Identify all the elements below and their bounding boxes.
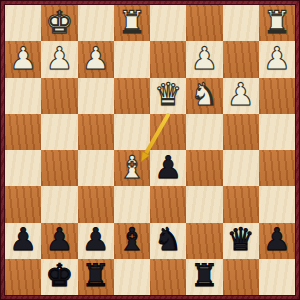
square-a5[interactable]	[259, 150, 295, 186]
piece-black-pawn[interactable]: ♟	[9, 224, 37, 255]
chess-board[interactable]: ♚♜♜♟♟♟♟♟♛♞♟♝♟♟♟♟♝♞♛♟♚♜♜	[5, 5, 295, 295]
square-g2[interactable]: ♟	[41, 41, 77, 77]
square-c3[interactable]: ♞	[186, 78, 222, 114]
square-b8[interactable]	[223, 259, 259, 295]
piece-black-bishop[interactable]: ♝	[118, 224, 146, 255]
piece-black-pawn[interactable]: ♟	[154, 152, 182, 183]
square-b5[interactable]	[223, 150, 259, 186]
square-f7[interactable]: ♟	[78, 223, 114, 259]
chess-diagram: ♚♜♜♟♟♟♟♟♛♞♟♝♟♟♟♟♝♞♛♟♚♜♜	[0, 0, 300, 300]
square-g4[interactable]	[41, 114, 77, 150]
square-d7[interactable]: ♞	[150, 223, 186, 259]
piece-black-rook[interactable]: ♜	[190, 260, 218, 291]
piece-white-king[interactable]: ♚	[45, 7, 73, 38]
square-c7[interactable]	[186, 223, 222, 259]
piece-black-pawn[interactable]: ♟	[263, 224, 291, 255]
square-e6[interactable]	[114, 186, 150, 222]
square-c6[interactable]	[186, 186, 222, 222]
square-d2[interactable]	[150, 41, 186, 77]
square-f2[interactable]: ♟	[78, 41, 114, 77]
square-h6[interactable]	[5, 186, 41, 222]
square-d5[interactable]: ♟	[150, 150, 186, 186]
square-f3[interactable]	[78, 78, 114, 114]
square-d3[interactable]: ♛	[150, 78, 186, 114]
square-g5[interactable]	[41, 150, 77, 186]
square-g3[interactable]	[41, 78, 77, 114]
square-b3[interactable]: ♟	[223, 78, 259, 114]
square-g8[interactable]: ♚	[41, 259, 77, 295]
piece-black-queen[interactable]: ♛	[227, 224, 255, 255]
square-d8[interactable]	[150, 259, 186, 295]
square-e2[interactable]	[114, 41, 150, 77]
piece-white-pawn[interactable]: ♟	[190, 43, 218, 74]
square-c2[interactable]: ♟	[186, 41, 222, 77]
square-a4[interactable]	[259, 114, 295, 150]
square-b4[interactable]	[223, 114, 259, 150]
square-e3[interactable]	[114, 78, 150, 114]
square-h4[interactable]	[5, 114, 41, 150]
square-e5[interactable]: ♝	[114, 150, 150, 186]
square-d1[interactable]	[150, 5, 186, 41]
square-a7[interactable]: ♟	[259, 223, 295, 259]
piece-white-rook[interactable]: ♜	[263, 7, 291, 38]
square-b1[interactable]	[223, 5, 259, 41]
piece-white-pawn[interactable]: ♟	[45, 43, 73, 74]
square-f6[interactable]	[78, 186, 114, 222]
piece-black-knight[interactable]: ♞	[154, 224, 182, 255]
square-g7[interactable]: ♟	[41, 223, 77, 259]
square-f4[interactable]	[78, 114, 114, 150]
piece-white-pawn[interactable]: ♟	[263, 43, 291, 74]
square-g6[interactable]	[41, 186, 77, 222]
square-b2[interactable]	[223, 41, 259, 77]
square-c1[interactable]	[186, 5, 222, 41]
piece-black-king[interactable]: ♚	[45, 260, 73, 291]
square-f5[interactable]	[78, 150, 114, 186]
square-c8[interactable]: ♜	[186, 259, 222, 295]
square-c5[interactable]	[186, 150, 222, 186]
square-f8[interactable]: ♜	[78, 259, 114, 295]
square-h5[interactable]	[5, 150, 41, 186]
square-e7[interactable]: ♝	[114, 223, 150, 259]
piece-white-pawn[interactable]: ♟	[227, 79, 255, 110]
piece-white-pawn[interactable]: ♟	[9, 43, 37, 74]
square-c4[interactable]	[186, 114, 222, 150]
square-h8[interactable]	[5, 259, 41, 295]
square-b6[interactable]	[223, 186, 259, 222]
piece-white-pawn[interactable]: ♟	[82, 43, 110, 74]
piece-white-queen[interactable]: ♛	[154, 79, 182, 110]
square-d4[interactable]	[150, 114, 186, 150]
piece-white-knight[interactable]: ♞	[190, 79, 218, 110]
square-b7[interactable]: ♛	[223, 223, 259, 259]
square-e1[interactable]: ♜	[114, 5, 150, 41]
square-d6[interactable]	[150, 186, 186, 222]
square-h1[interactable]	[5, 5, 41, 41]
piece-black-rook[interactable]: ♜	[82, 260, 110, 291]
piece-black-pawn[interactable]: ♟	[45, 224, 73, 255]
square-f1[interactable]	[78, 5, 114, 41]
square-a1[interactable]: ♜	[259, 5, 295, 41]
square-h2[interactable]: ♟	[5, 41, 41, 77]
piece-black-pawn[interactable]: ♟	[82, 224, 110, 255]
square-e4[interactable]	[114, 114, 150, 150]
square-g1[interactable]: ♚	[41, 5, 77, 41]
square-a2[interactable]: ♟	[259, 41, 295, 77]
square-a3[interactable]	[259, 78, 295, 114]
piece-white-rook[interactable]: ♜	[118, 7, 146, 38]
square-h3[interactable]	[5, 78, 41, 114]
piece-white-bishop[interactable]: ♝	[118, 152, 146, 183]
square-h7[interactable]: ♟	[5, 223, 41, 259]
square-a6[interactable]	[259, 186, 295, 222]
square-e8[interactable]	[114, 259, 150, 295]
square-a8[interactable]	[259, 259, 295, 295]
